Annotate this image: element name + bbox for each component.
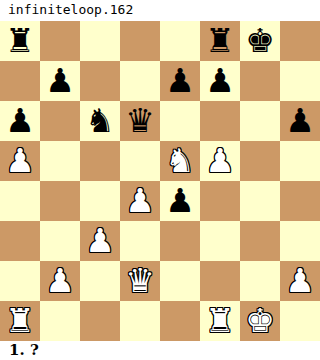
square-c7[interactable]	[80, 61, 120, 101]
square-d5[interactable]	[120, 141, 160, 181]
square-f8[interactable]: ♜	[200, 21, 240, 61]
square-a5[interactable]: ♟	[0, 141, 40, 181]
piece-black-queen[interactable]: ♛	[125, 101, 155, 141]
piece-black-pawn[interactable]: ♟	[205, 61, 235, 101]
square-b3[interactable]	[40, 221, 80, 261]
square-a7[interactable]	[0, 61, 40, 101]
square-c5[interactable]	[80, 141, 120, 181]
square-a8[interactable]: ♜	[0, 21, 40, 61]
piece-white-king[interactable]: ♚	[245, 301, 275, 341]
square-f5[interactable]: ♟	[200, 141, 240, 181]
square-e2[interactable]	[160, 261, 200, 301]
piece-white-pawn[interactable]: ♟	[285, 261, 315, 301]
square-g4[interactable]	[240, 181, 280, 221]
piece-black-pawn[interactable]: ♟	[5, 101, 35, 141]
piece-black-pawn[interactable]: ♟	[45, 61, 75, 101]
move-prompt: 1. ?	[0, 341, 320, 360]
piece-black-pawn[interactable]: ♟	[165, 181, 195, 221]
piece-white-pawn[interactable]: ♟	[125, 181, 155, 221]
square-d2[interactable]: ♛	[120, 261, 160, 301]
square-b8[interactable]	[40, 21, 80, 61]
square-c4[interactable]	[80, 181, 120, 221]
piece-white-pawn[interactable]: ♟	[85, 221, 115, 261]
square-e8[interactable]	[160, 21, 200, 61]
square-g5[interactable]	[240, 141, 280, 181]
piece-black-pawn[interactable]: ♟	[285, 101, 315, 141]
square-f3[interactable]	[200, 221, 240, 261]
piece-white-rook[interactable]: ♜	[5, 301, 35, 341]
square-b5[interactable]	[40, 141, 80, 181]
square-b7[interactable]: ♟	[40, 61, 80, 101]
square-g3[interactable]	[240, 221, 280, 261]
square-h3[interactable]	[280, 221, 320, 261]
square-a3[interactable]	[0, 221, 40, 261]
piece-white-queen[interactable]: ♛	[125, 261, 155, 301]
piece-white-rook[interactable]: ♜	[205, 301, 235, 341]
square-f1[interactable]: ♜	[200, 301, 240, 341]
square-d3[interactable]	[120, 221, 160, 261]
square-e4[interactable]: ♟	[160, 181, 200, 221]
piece-black-rook[interactable]: ♜	[205, 21, 235, 61]
square-h1[interactable]	[280, 301, 320, 341]
square-g1[interactable]: ♚	[240, 301, 280, 341]
square-h4[interactable]	[280, 181, 320, 221]
puzzle-title: infiniteloop.162	[0, 0, 320, 21]
square-b2[interactable]: ♟	[40, 261, 80, 301]
square-a6[interactable]: ♟	[0, 101, 40, 141]
square-d8[interactable]	[120, 21, 160, 61]
square-d6[interactable]: ♛	[120, 101, 160, 141]
square-h5[interactable]	[280, 141, 320, 181]
piece-black-knight[interactable]: ♞	[85, 101, 115, 141]
square-f4[interactable]	[200, 181, 240, 221]
piece-black-king[interactable]: ♚	[245, 21, 275, 61]
square-f6[interactable]	[200, 101, 240, 141]
square-c3[interactable]: ♟	[80, 221, 120, 261]
square-c2[interactable]	[80, 261, 120, 301]
piece-white-pawn[interactable]: ♟	[205, 141, 235, 181]
piece-white-pawn[interactable]: ♟	[5, 141, 35, 181]
square-b6[interactable]	[40, 101, 80, 141]
chess-board: ♜♜♚♟♟♟♟♞♛♟♟♞♟♟♟♟♟♛♟♜♜♚	[0, 21, 320, 341]
square-d7[interactable]	[120, 61, 160, 101]
square-h2[interactable]: ♟	[280, 261, 320, 301]
square-h7[interactable]	[280, 61, 320, 101]
square-e1[interactable]	[160, 301, 200, 341]
piece-white-knight[interactable]: ♞	[165, 141, 195, 181]
square-f2[interactable]	[200, 261, 240, 301]
square-h6[interactable]: ♟	[280, 101, 320, 141]
square-g7[interactable]	[240, 61, 280, 101]
piece-white-pawn[interactable]: ♟	[45, 261, 75, 301]
square-d1[interactable]	[120, 301, 160, 341]
square-c1[interactable]	[80, 301, 120, 341]
square-e7[interactable]: ♟	[160, 61, 200, 101]
square-g8[interactable]: ♚	[240, 21, 280, 61]
square-e6[interactable]	[160, 101, 200, 141]
square-h8[interactable]	[280, 21, 320, 61]
square-a2[interactable]	[0, 261, 40, 301]
square-c6[interactable]: ♞	[80, 101, 120, 141]
square-a4[interactable]	[0, 181, 40, 221]
square-f7[interactable]: ♟	[200, 61, 240, 101]
square-a1[interactable]: ♜	[0, 301, 40, 341]
square-b1[interactable]	[40, 301, 80, 341]
piece-black-rook[interactable]: ♜	[5, 21, 35, 61]
square-g6[interactable]	[240, 101, 280, 141]
square-e5[interactable]: ♞	[160, 141, 200, 181]
square-g2[interactable]	[240, 261, 280, 301]
square-b4[interactable]	[40, 181, 80, 221]
piece-black-pawn[interactable]: ♟	[165, 61, 195, 101]
square-e3[interactable]	[160, 221, 200, 261]
square-c8[interactable]	[80, 21, 120, 61]
square-d4[interactable]: ♟	[120, 181, 160, 221]
